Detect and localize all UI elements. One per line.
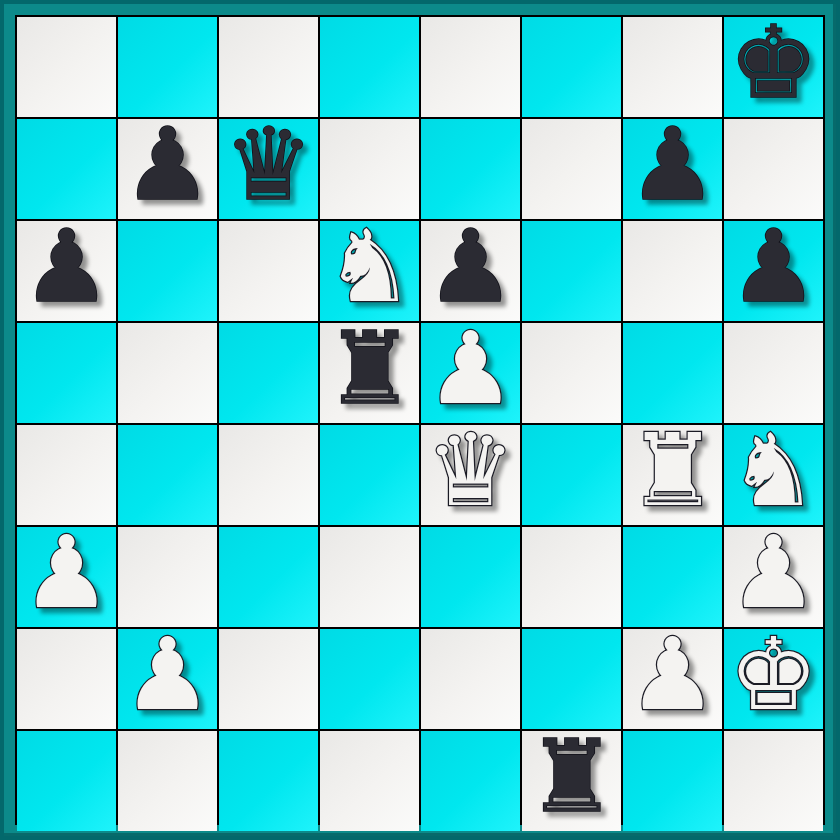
square-a8[interactable] [17,17,116,117]
square-b8[interactable] [118,17,217,117]
square-e6[interactable]: ♟ [421,221,520,321]
square-c1[interactable] [219,731,318,831]
square-b7[interactable]: ♟ [118,119,217,219]
square-e4[interactable]: ♛ [421,425,520,525]
square-f3[interactable] [522,527,621,627]
piece-black-pawn[interactable]: ♟ [729,217,819,317]
chess-board: ♚♟♛♟♟♞♟♟♜♟♛♜♞♟♟♟♟♚♜ [15,15,825,825]
board-frame: ♚♟♛♟♟♞♟♟♜♟♛♜♞♟♟♟♟♚♜ [0,0,840,840]
square-b4[interactable] [118,425,217,525]
piece-white-pawn[interactable]: ♟ [123,625,213,725]
square-d4[interactable] [320,425,419,525]
square-c6[interactable] [219,221,318,321]
square-h4[interactable]: ♞ [724,425,823,525]
square-g8[interactable] [623,17,722,117]
square-g4[interactable]: ♜ [623,425,722,525]
piece-white-pawn[interactable]: ♟ [426,319,516,419]
piece-white-king[interactable]: ♚ [729,625,819,725]
piece-black-king[interactable]: ♚ [729,13,819,113]
square-d5[interactable]: ♜ [320,323,419,423]
square-c8[interactable] [219,17,318,117]
square-f5[interactable] [522,323,621,423]
piece-black-pawn[interactable]: ♟ [123,115,213,215]
piece-black-rook[interactable]: ♜ [325,319,415,419]
square-e2[interactable] [421,629,520,729]
piece-white-pawn[interactable]: ♟ [729,523,819,623]
square-a5[interactable] [17,323,116,423]
square-g6[interactable] [623,221,722,321]
square-h7[interactable] [724,119,823,219]
square-g1[interactable] [623,731,722,831]
square-f4[interactable] [522,425,621,525]
square-d1[interactable] [320,731,419,831]
square-a3[interactable]: ♟ [17,527,116,627]
square-a2[interactable] [17,629,116,729]
square-f7[interactable] [522,119,621,219]
square-a1[interactable] [17,731,116,831]
square-h2[interactable]: ♚ [724,629,823,729]
square-b3[interactable] [118,527,217,627]
square-a6[interactable]: ♟ [17,221,116,321]
square-f2[interactable] [522,629,621,729]
square-h1[interactable] [724,731,823,831]
square-h8[interactable]: ♚ [724,17,823,117]
piece-black-rook[interactable]: ♜ [527,727,617,827]
piece-white-pawn[interactable]: ♟ [22,523,112,623]
square-a4[interactable] [17,425,116,525]
square-c7[interactable]: ♛ [219,119,318,219]
piece-black-pawn[interactable]: ♟ [628,115,718,215]
square-g2[interactable]: ♟ [623,629,722,729]
piece-white-pawn[interactable]: ♟ [628,625,718,725]
square-f6[interactable] [522,221,621,321]
square-d7[interactable] [320,119,419,219]
piece-white-knight[interactable]: ♞ [729,421,819,521]
piece-white-rook[interactable]: ♜ [628,421,718,521]
square-h3[interactable]: ♟ [724,527,823,627]
square-e8[interactable] [421,17,520,117]
piece-black-pawn[interactable]: ♟ [22,217,112,317]
square-d2[interactable] [320,629,419,729]
piece-white-knight[interactable]: ♞ [325,217,415,317]
square-d6[interactable]: ♞ [320,221,419,321]
square-c3[interactable] [219,527,318,627]
square-b1[interactable] [118,731,217,831]
square-g3[interactable] [623,527,722,627]
square-e1[interactable] [421,731,520,831]
square-f1[interactable]: ♜ [522,731,621,831]
square-c2[interactable] [219,629,318,729]
square-d3[interactable] [320,527,419,627]
square-c4[interactable] [219,425,318,525]
piece-white-queen[interactable]: ♛ [426,421,516,521]
square-b2[interactable]: ♟ [118,629,217,729]
piece-black-queen[interactable]: ♛ [224,115,314,215]
square-d8[interactable] [320,17,419,117]
square-g5[interactable] [623,323,722,423]
square-a7[interactable] [17,119,116,219]
square-g7[interactable]: ♟ [623,119,722,219]
square-e7[interactable] [421,119,520,219]
square-h5[interactable] [724,323,823,423]
piece-black-pawn[interactable]: ♟ [426,217,516,317]
square-f8[interactable] [522,17,621,117]
square-b5[interactable] [118,323,217,423]
square-b6[interactable] [118,221,217,321]
square-e3[interactable] [421,527,520,627]
square-e5[interactable]: ♟ [421,323,520,423]
square-h6[interactable]: ♟ [724,221,823,321]
square-c5[interactable] [219,323,318,423]
